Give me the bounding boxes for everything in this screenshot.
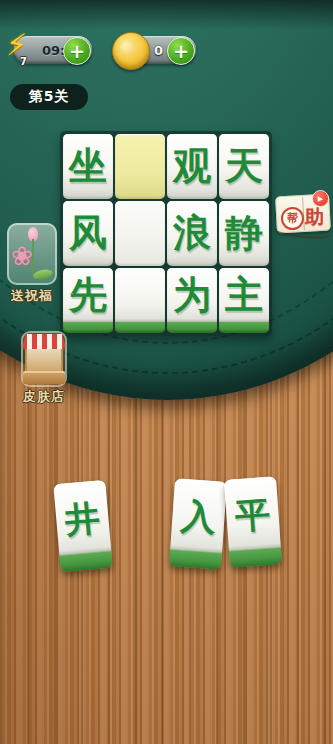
- game-screen: 09:31 + ⚡ 7 0 + 第5关 坐 观 天 风 浪 静 先 为 主 帮 …: [0, 0, 333, 744]
- help-char-circle: 帮: [281, 207, 304, 230]
- board-slot-empty[interactable]: [115, 268, 165, 333]
- rack-tile[interactable]: 入: [169, 478, 227, 569]
- board-tile: 静: [219, 201, 269, 266]
- board-tile: 主: [219, 268, 269, 333]
- board-tile: 天: [219, 134, 269, 199]
- add-coins-button[interactable]: +: [167, 37, 195, 65]
- puzzle-board: 坐 观 天 风 浪 静 先 为 主: [60, 131, 272, 336]
- energy-count-badge: 7: [20, 56, 27, 67]
- stall-body: [25, 349, 63, 371]
- board-slot-selected[interactable]: [115, 134, 165, 199]
- plus-icon: +: [69, 42, 85, 61]
- board-tile: 观: [167, 134, 217, 199]
- board-tile: 浪: [167, 201, 217, 266]
- top-vignette: [0, 0, 333, 30]
- lotus-flower-icon: ❀: [11, 241, 33, 271]
- level-badge: 第5关: [10, 84, 88, 110]
- stall-awning-icon: [22, 334, 66, 349]
- play-icon: ▶: [318, 195, 323, 203]
- rack-tile[interactable]: 井: [53, 480, 112, 572]
- gold-coin-icon: [112, 32, 150, 70]
- send-blessing-button[interactable]: ❀: [7, 223, 57, 285]
- board-slot-empty[interactable]: [115, 201, 165, 266]
- skin-shop-button[interactable]: [21, 331, 67, 387]
- board-tile: 风: [63, 201, 113, 266]
- add-energy-button[interactable]: +: [63, 37, 91, 65]
- skin-shop-label: 皮肤店: [6, 388, 82, 406]
- board-tile: 为: [167, 268, 217, 333]
- send-blessing-label: 送祝福: [0, 287, 66, 305]
- video-ad-badge: ▶: [312, 190, 329, 207]
- plus-icon: +: [173, 42, 189, 61]
- board-tile: 先: [63, 268, 113, 333]
- level-label: 第5关: [29, 88, 70, 106]
- help-button[interactable]: 帮 助 ▶: [276, 190, 333, 240]
- board-tile: 坐: [63, 134, 113, 199]
- rack-tile[interactable]: 平: [224, 476, 282, 567]
- lotus-leaf: [32, 268, 53, 281]
- stall-counter: [23, 371, 65, 384]
- help-char-main: 助: [305, 204, 324, 230]
- coin-count: 0: [154, 43, 163, 58]
